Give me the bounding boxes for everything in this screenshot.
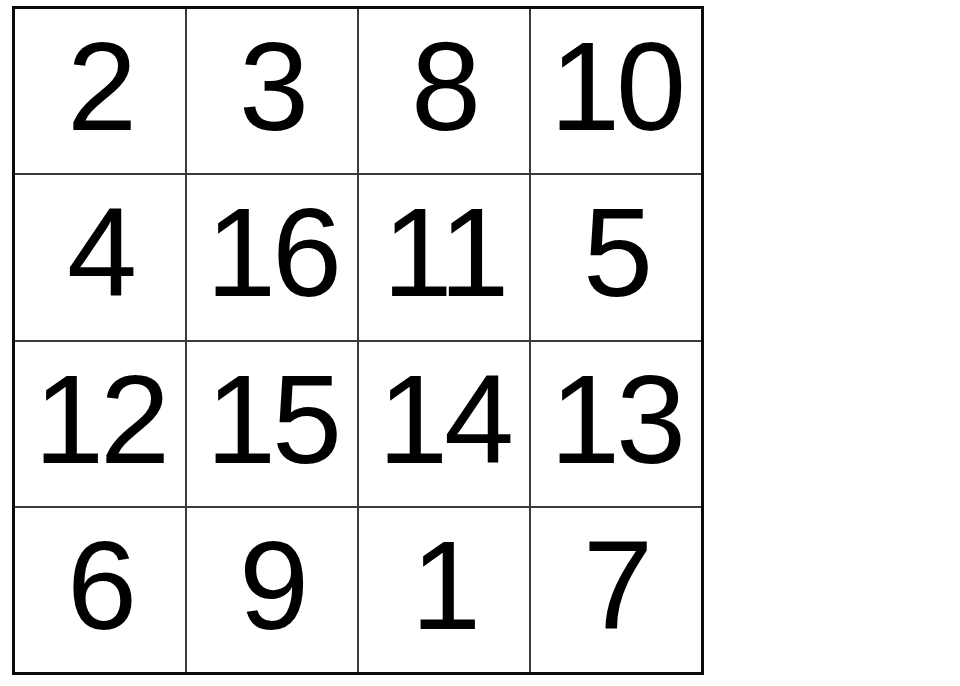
cell-r4c1[interactable]: 6 [15, 508, 185, 672]
cell-number: 4 [67, 190, 133, 316]
cell-number: 9 [239, 523, 305, 649]
cell-r3c4[interactable]: 13 [531, 342, 701, 506]
cell-r4c2[interactable]: 9 [187, 508, 357, 672]
page-canvas: 23810416115121514136917 [0, 0, 960, 686]
cell-r4c3[interactable]: 1 [359, 508, 529, 672]
cell-number: 15 [206, 357, 338, 483]
cell-number: 8 [411, 24, 477, 150]
cell-r1c4[interactable]: 10 [531, 9, 701, 173]
cell-r3c1[interactable]: 12 [15, 342, 185, 506]
cell-r1c3[interactable]: 8 [359, 9, 529, 173]
cell-r2c1[interactable]: 4 [15, 175, 185, 339]
cell-number: 11 [383, 190, 506, 316]
cell-number: 10 [550, 24, 682, 150]
cell-r2c3[interactable]: 11 [359, 175, 529, 339]
cell-number: 2 [67, 24, 133, 150]
cell-number: 6 [67, 523, 133, 649]
cell-number: 14 [378, 357, 510, 483]
cell-r1c1[interactable]: 2 [15, 9, 185, 173]
cell-number: 1 [411, 523, 477, 649]
cell-number: 12 [34, 357, 166, 483]
number-grid-board: 23810416115121514136917 [12, 6, 704, 675]
cell-r3c2[interactable]: 15 [187, 342, 357, 506]
cell-r2c4[interactable]: 5 [531, 175, 701, 339]
cell-r1c2[interactable]: 3 [187, 9, 357, 173]
cell-r2c2[interactable]: 16 [187, 175, 357, 339]
cell-number: 7 [583, 523, 649, 649]
cell-number: 5 [583, 190, 649, 316]
cell-number: 13 [550, 357, 682, 483]
cell-number: 16 [206, 190, 338, 316]
cell-number: 3 [239, 24, 305, 150]
cell-r4c4[interactable]: 7 [531, 508, 701, 672]
cell-r3c3[interactable]: 14 [359, 342, 529, 506]
